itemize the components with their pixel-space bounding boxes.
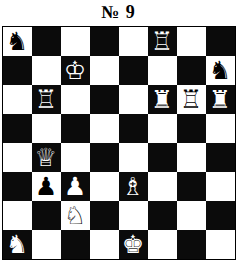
square-g1[interactable] xyxy=(177,230,206,259)
square-d3[interactable] xyxy=(90,172,119,201)
square-e3[interactable]: ♗ xyxy=(119,172,148,201)
square-g8[interactable] xyxy=(177,27,206,56)
square-h8[interactable] xyxy=(206,27,235,56)
square-h1[interactable] xyxy=(206,230,235,259)
square-f6[interactable]: ♜ xyxy=(148,85,177,114)
square-c6[interactable] xyxy=(61,85,90,114)
white-knight-c2: ♘ xyxy=(61,201,90,230)
square-a1[interactable]: ♞ xyxy=(3,230,32,259)
square-f8[interactable]: ♖ xyxy=(148,27,177,56)
square-h6[interactable]: ♜ xyxy=(206,85,235,114)
square-e6[interactable] xyxy=(119,85,148,114)
square-b5[interactable] xyxy=(32,114,61,143)
square-c3[interactable]: ♟ xyxy=(61,172,90,201)
black-pawn-b3: ♟ xyxy=(32,172,61,201)
black-king-c7: ♔ xyxy=(61,56,90,85)
square-a4[interactable] xyxy=(3,143,32,172)
square-d5[interactable] xyxy=(90,114,119,143)
square-c1[interactable] xyxy=(61,230,90,259)
square-c5[interactable] xyxy=(61,114,90,143)
square-c4[interactable] xyxy=(61,143,90,172)
square-b4[interactable]: ♕ xyxy=(32,143,61,172)
black-rook-f8: ♖ xyxy=(148,27,177,56)
black-bishop-e3: ♗ xyxy=(119,172,148,201)
square-g2[interactable] xyxy=(177,201,206,230)
white-rook-g6: ♖ xyxy=(177,85,206,114)
square-f1[interactable] xyxy=(148,230,177,259)
square-g4[interactable] xyxy=(177,143,206,172)
white-knight-a1: ♞ xyxy=(3,230,32,259)
white-rook-f6: ♜ xyxy=(148,85,177,114)
black-knight-a8: ♞ xyxy=(3,27,32,56)
white-rook-h6: ♜ xyxy=(206,85,235,114)
square-h7[interactable]: ♞ xyxy=(206,56,235,85)
square-h2[interactable] xyxy=(206,201,235,230)
square-f3[interactable] xyxy=(148,172,177,201)
square-f7[interactable] xyxy=(148,56,177,85)
square-a8[interactable]: ♞ xyxy=(3,27,32,56)
square-f2[interactable] xyxy=(148,201,177,230)
square-b8[interactable] xyxy=(32,27,61,56)
square-h5[interactable] xyxy=(206,114,235,143)
square-e2[interactable] xyxy=(119,201,148,230)
square-g3[interactable] xyxy=(177,172,206,201)
square-f4[interactable] xyxy=(148,143,177,172)
diagram-title: № 9 xyxy=(0,0,237,26)
square-c7[interactable]: ♔ xyxy=(61,56,90,85)
square-a7[interactable] xyxy=(3,56,32,85)
square-b2[interactable] xyxy=(32,201,61,230)
square-d4[interactable] xyxy=(90,143,119,172)
square-g6[interactable]: ♖ xyxy=(177,85,206,114)
square-h3[interactable] xyxy=(206,172,235,201)
square-h4[interactable] xyxy=(206,143,235,172)
square-e8[interactable] xyxy=(119,27,148,56)
square-f5[interactable] xyxy=(148,114,177,143)
square-e4[interactable] xyxy=(119,143,148,172)
square-e7[interactable] xyxy=(119,56,148,85)
square-c8[interactable] xyxy=(61,27,90,56)
square-a5[interactable] xyxy=(3,114,32,143)
black-rook-b6: ♖ xyxy=(32,85,61,114)
square-d7[interactable] xyxy=(90,56,119,85)
square-b6[interactable]: ♖ xyxy=(32,85,61,114)
white-pawn-c3: ♟ xyxy=(61,172,90,201)
square-g5[interactable] xyxy=(177,114,206,143)
square-b7[interactable] xyxy=(32,56,61,85)
square-d1[interactable] xyxy=(90,230,119,259)
black-queen-b4: ♕ xyxy=(32,143,61,172)
square-b1[interactable] xyxy=(32,230,61,259)
square-a3[interactable] xyxy=(3,172,32,201)
square-d6[interactable] xyxy=(90,85,119,114)
square-a6[interactable] xyxy=(3,85,32,114)
square-d2[interactable] xyxy=(90,201,119,230)
black-knight-h7: ♞ xyxy=(206,56,235,85)
square-a2[interactable] xyxy=(3,201,32,230)
square-g7[interactable] xyxy=(177,56,206,85)
square-e1[interactable]: ♚ xyxy=(119,230,148,259)
square-e5[interactable] xyxy=(119,114,148,143)
square-b3[interactable]: ♟ xyxy=(32,172,61,201)
square-c2[interactable]: ♘ xyxy=(61,201,90,230)
chess-board: ♞♖♔♞♖♜♖♜♕♟♟♗♘♞♚ xyxy=(2,26,236,260)
square-d8[interactable] xyxy=(90,27,119,56)
white-king-e1: ♚ xyxy=(119,230,148,259)
